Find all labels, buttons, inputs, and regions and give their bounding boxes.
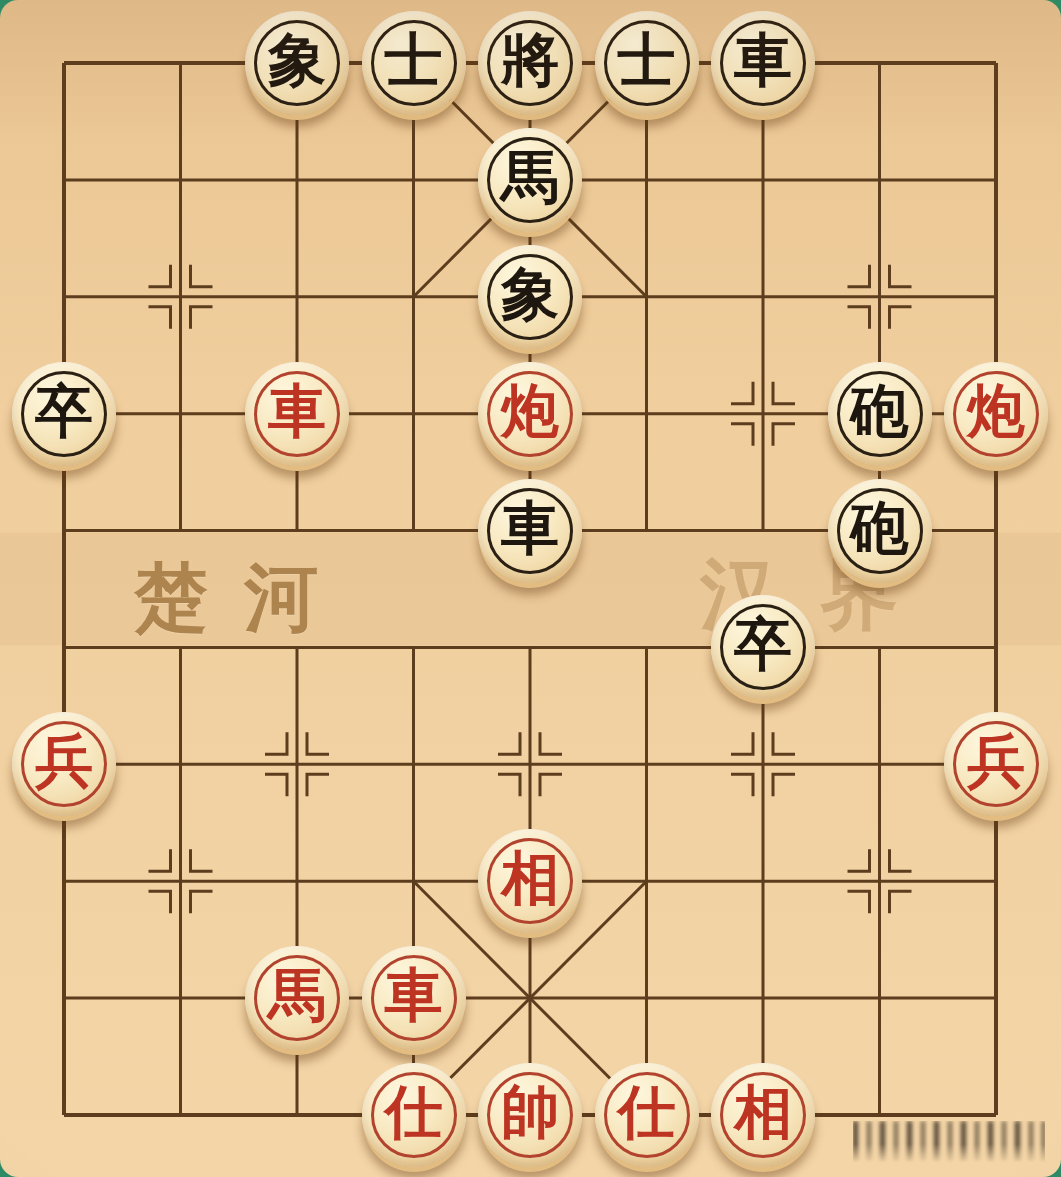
piece-black-chariot[interactable]: 車 — [711, 11, 815, 115]
piece-red-chariot[interactable]: 車 — [245, 362, 349, 466]
xiangqi-board[interactable]: 楚河 汉界 象士將士車馬象卒車炮砲炮車砲卒兵兵相馬車仕帥仕相 — [0, 0, 1061, 1177]
piece-glyph: 炮 — [967, 383, 1025, 441]
piece-red-elephant[interactable]: 相 — [478, 829, 582, 933]
piece-glyph: 仕 — [385, 1084, 443, 1142]
piece-glyph: 士 — [618, 32, 676, 90]
piece-glyph: 仕 — [618, 1084, 676, 1142]
piece-red-general[interactable]: 帥 — [478, 1063, 582, 1167]
piece-black-elephant[interactable]: 象 — [478, 245, 582, 349]
piece-red-advisor[interactable]: 仕 — [362, 1063, 466, 1167]
piece-glyph: 車 — [734, 32, 792, 90]
pieces-layer: 象士將士車馬象卒車炮砲炮車砲卒兵兵相馬車仕帥仕相 — [6, 5, 1055, 1174]
piece-glyph: 相 — [734, 1084, 792, 1142]
piece-black-general[interactable]: 將 — [478, 11, 582, 115]
piece-glyph: 象 — [268, 32, 326, 90]
piece-glyph: 砲 — [851, 500, 909, 558]
piece-glyph: 馬 — [268, 967, 326, 1025]
watermark-smudge — [853, 1121, 1045, 1163]
piece-glyph: 帥 — [501, 1084, 559, 1142]
app-background: 楚河 汉界 象士將士車馬象卒車炮砲炮車砲卒兵兵相馬車仕帥仕相 — [0, 0, 1061, 1177]
piece-glyph: 士 — [385, 32, 443, 90]
piece-glyph: 車 — [385, 967, 443, 1025]
piece-glyph: 將 — [501, 32, 559, 90]
piece-black-soldier[interactable]: 卒 — [711, 595, 815, 699]
piece-glyph: 砲 — [851, 383, 909, 441]
piece-glyph: 馬 — [501, 149, 559, 207]
piece-red-soldier[interactable]: 兵 — [12, 712, 116, 816]
piece-black-advisor[interactable]: 士 — [595, 11, 699, 115]
piece-red-cannon[interactable]: 炮 — [478, 362, 582, 466]
piece-black-chariot[interactable]: 車 — [478, 479, 582, 583]
piece-glyph: 卒 — [35, 383, 93, 441]
piece-glyph: 卒 — [734, 616, 792, 674]
piece-glyph: 炮 — [501, 383, 559, 441]
piece-red-advisor[interactable]: 仕 — [595, 1063, 699, 1167]
piece-black-advisor[interactable]: 士 — [362, 11, 466, 115]
piece-black-elephant[interactable]: 象 — [245, 11, 349, 115]
piece-black-horse[interactable]: 馬 — [478, 128, 582, 232]
piece-glyph: 兵 — [35, 733, 93, 791]
piece-glyph: 車 — [501, 500, 559, 558]
piece-glyph: 象 — [501, 266, 559, 324]
piece-red-soldier[interactable]: 兵 — [944, 712, 1048, 816]
piece-red-chariot[interactable]: 車 — [362, 946, 466, 1050]
piece-glyph: 車 — [268, 383, 326, 441]
piece-glyph: 兵 — [967, 733, 1025, 791]
piece-black-cannon[interactable]: 砲 — [828, 479, 932, 583]
piece-red-cannon[interactable]: 炮 — [944, 362, 1048, 466]
piece-red-horse[interactable]: 馬 — [245, 946, 349, 1050]
piece-glyph: 相 — [501, 850, 559, 908]
piece-red-elephant[interactable]: 相 — [711, 1063, 815, 1167]
piece-black-cannon[interactable]: 砲 — [828, 362, 932, 466]
piece-black-soldier[interactable]: 卒 — [12, 362, 116, 466]
